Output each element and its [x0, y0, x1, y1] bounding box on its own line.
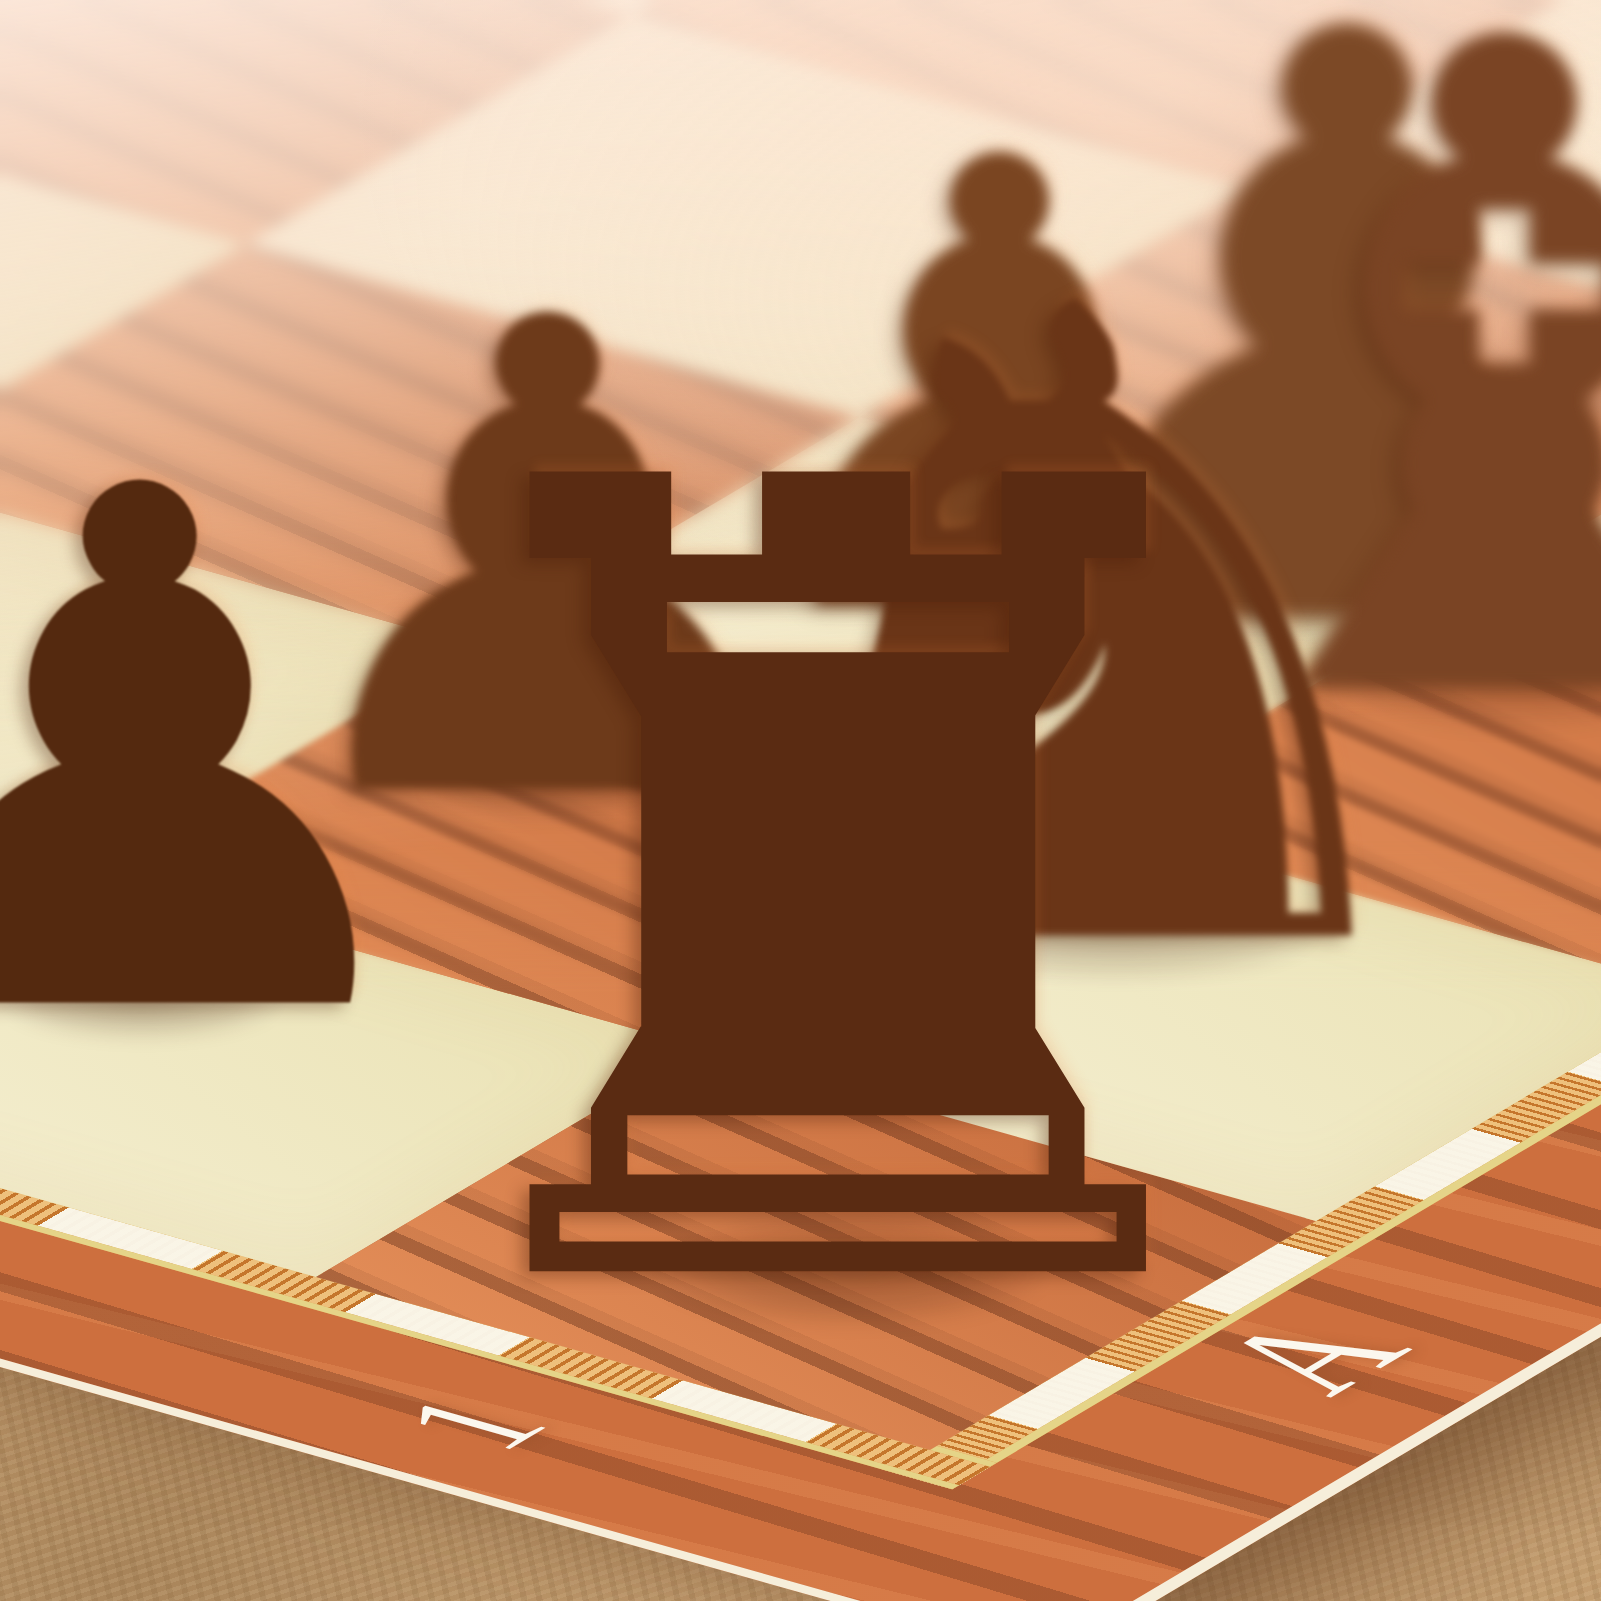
piece-rook-a1[interactable]: ♜	[347, 344, 1329, 1439]
chess-photo-scene: 1 A ♟♟♝♟♞♟♜	[0, 0, 1601, 1601]
pieces-layer: ♟♟♝♟♞♟♜	[0, 0, 1601, 1601]
